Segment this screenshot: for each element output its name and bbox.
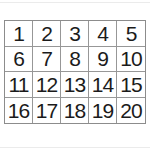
cell-4: 4 bbox=[89, 21, 117, 47]
cell-16: 16 bbox=[5, 98, 33, 124]
cell-5: 5 bbox=[117, 21, 145, 47]
cell-19: 19 bbox=[89, 98, 117, 124]
cell-12: 12 bbox=[33, 72, 61, 98]
cell-10: 10 bbox=[117, 47, 145, 73]
top-rule-line bbox=[0, 2, 150, 3]
bottom-rule-line bbox=[0, 147, 150, 148]
cell-7: 7 bbox=[33, 47, 61, 73]
cell-8: 8 bbox=[61, 47, 89, 73]
cell-13: 13 bbox=[61, 72, 89, 98]
cell-1: 1 bbox=[5, 21, 33, 47]
cell-15: 15 bbox=[117, 72, 145, 98]
cell-6: 6 bbox=[5, 47, 33, 73]
cell-14: 14 bbox=[89, 72, 117, 98]
cell-20: 20 bbox=[117, 98, 145, 124]
number-grid: 1234567891011121314151617181920 bbox=[4, 20, 146, 124]
cell-11: 11 bbox=[5, 72, 33, 98]
cell-2: 2 bbox=[33, 21, 61, 47]
counting-chart: 1234567891011121314151617181920 bbox=[0, 0, 150, 150]
cell-9: 9 bbox=[89, 47, 117, 73]
cell-3: 3 bbox=[61, 21, 89, 47]
cell-18: 18 bbox=[61, 98, 89, 124]
cell-17: 17 bbox=[33, 98, 61, 124]
